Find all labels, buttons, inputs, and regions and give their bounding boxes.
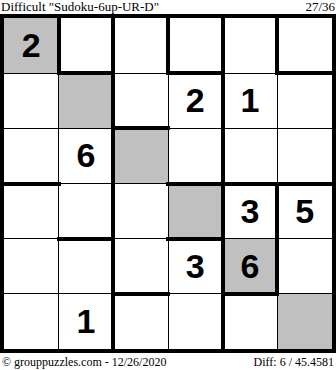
footer-bar: © grouppuzzles.com - 12/26/2020 Diff: 6 … <box>0 353 336 369</box>
cell-r5c6[interactable] <box>277 239 332 294</box>
cell-r1c1[interactable]: 2 <box>4 18 59 73</box>
cell-r4c2[interactable] <box>59 184 114 239</box>
cell-r1c4[interactable] <box>168 18 223 73</box>
cell-r4c1[interactable] <box>4 184 59 239</box>
cell-r1c3[interactable] <box>113 18 168 73</box>
cell-r2c1[interactable] <box>4 73 59 128</box>
cell-r1c5[interactable] <box>223 18 278 73</box>
cell-r3c3[interactable] <box>113 128 168 183</box>
cell-r4c5[interactable]: 3 <box>223 184 278 239</box>
cell-r2c4[interactable]: 2 <box>168 73 223 128</box>
cell-r1c6[interactable] <box>277 18 332 73</box>
cell-r5c4[interactable]: 3 <box>168 239 223 294</box>
cell-grid: 221635361 <box>4 18 332 349</box>
cell-r3c1[interactable] <box>4 128 59 183</box>
cell-r6c3[interactable] <box>113 294 168 349</box>
cell-r5c1[interactable] <box>4 239 59 294</box>
sudoku-board: 221635361 <box>0 14 336 353</box>
cell-r1c2[interactable] <box>59 18 114 73</box>
puzzle-page: Difficult "Sudoku-6up-UR-D" 27/36 221635… <box>0 0 336 370</box>
puzzle-counter: 27/36 <box>305 0 335 14</box>
cell-r6c4[interactable] <box>168 294 223 349</box>
difficulty-text: Diff: 6 / 45.4581 <box>254 356 334 369</box>
cell-r4c3[interactable] <box>113 184 168 239</box>
cell-r3c4[interactable] <box>168 128 223 183</box>
cell-r3c6[interactable] <box>277 128 332 183</box>
cell-r5c2[interactable] <box>59 239 114 294</box>
copyright-text: © grouppuzzles.com - 12/26/2020 <box>2 356 166 369</box>
cell-r3c5[interactable] <box>223 128 278 183</box>
cell-r5c3[interactable] <box>113 239 168 294</box>
cell-r4c4[interactable] <box>168 184 223 239</box>
cell-r6c2[interactable]: 1 <box>59 294 114 349</box>
cell-r6c5[interactable] <box>223 294 278 349</box>
cell-r6c6[interactable] <box>277 294 332 349</box>
cell-r4c6[interactable]: 5 <box>277 184 332 239</box>
cell-r2c3[interactable] <box>113 73 168 128</box>
cell-r5c5[interactable]: 6 <box>223 239 278 294</box>
cell-r6c1[interactable] <box>4 294 59 349</box>
cell-r2c2[interactable] <box>59 73 114 128</box>
puzzle-title: Difficult "Sudoku-6up-UR-D" <box>1 0 159 14</box>
cell-r2c5[interactable]: 1 <box>223 73 278 128</box>
cell-r3c2[interactable]: 6 <box>59 128 114 183</box>
title-bar: Difficult "Sudoku-6up-UR-D" 27/36 <box>0 0 336 14</box>
cell-r2c6[interactable] <box>277 73 332 128</box>
